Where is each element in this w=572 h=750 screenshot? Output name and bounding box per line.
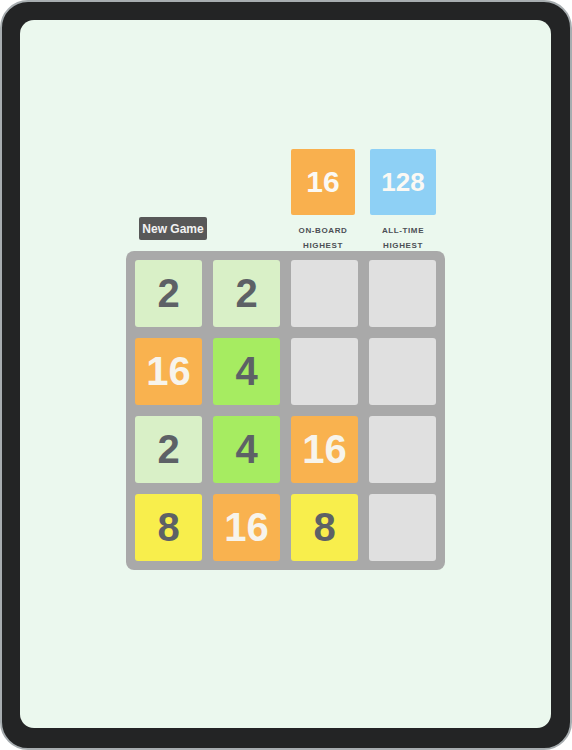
empty-cell-r2c3 — [291, 338, 358, 405]
score-alltime-label: ALL-TIME HIGHEST — [370, 223, 436, 253]
empty-cell-r2c4 — [369, 338, 436, 405]
tile-4-r2c2: 4 — [213, 338, 280, 405]
tile-2-r3c1: 2 — [135, 416, 202, 483]
tile-8-r4c3: 8 — [291, 494, 358, 561]
tile-16-r3c3: 16 — [291, 416, 358, 483]
score-onboard-label: ON-BOARD HIGHEST — [291, 223, 355, 253]
tile-4-r3c2: 4 — [213, 416, 280, 483]
empty-cell-r3c4 — [369, 416, 436, 483]
score-onboard-highest: 16 ON-BOARD HIGHEST — [291, 149, 355, 253]
tile-16-r4c2: 16 — [213, 494, 280, 561]
score-onboard-label-line1: ON-BOARD — [291, 223, 355, 238]
score-alltime-label-line1: ALL-TIME — [370, 223, 436, 238]
empty-cell-r1c3 — [291, 260, 358, 327]
game-screen: New Game 16 ON-BOARD HIGHEST 128 ALL-TIM… — [20, 20, 551, 728]
tablet-frame: New Game 16 ON-BOARD HIGHEST 128 ALL-TIM… — [0, 0, 572, 750]
new-game-button[interactable]: New Game — [139, 217, 207, 240]
score-onboard-value: 16 — [291, 149, 355, 215]
tile-2-r1c1: 2 — [135, 260, 202, 327]
score-alltime-value: 128 — [370, 149, 436, 215]
tile-2-r1c2: 2 — [213, 260, 280, 327]
tile-8-r4c1: 8 — [135, 494, 202, 561]
tile-16-r2c1: 16 — [135, 338, 202, 405]
board[interactable]: 2216424168168 — [126, 251, 445, 570]
empty-cell-r1c4 — [369, 260, 436, 327]
empty-cell-r4c4 — [369, 494, 436, 561]
score-alltime-highest: 128 ALL-TIME HIGHEST — [370, 149, 436, 253]
